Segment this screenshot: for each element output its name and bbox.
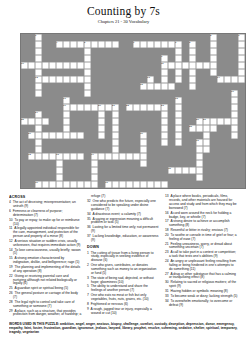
grid-cell[interactable]: 8 [189,41,196,48]
grid-cell[interactable] [77,76,84,83]
grid-cell[interactable]: 27 [203,118,210,125]
cell-number: 37 [105,181,108,183]
grid-cell[interactable] [35,132,42,139]
cell-number: 9 [161,55,162,57]
grid-cell[interactable] [210,48,217,55]
cell-number: 21 [112,104,115,106]
grid-cell[interactable] [119,181,126,188]
grid-cell[interactable] [161,125,168,132]
grid-cell[interactable] [175,76,182,83]
grid-cell[interactable] [196,62,203,69]
cell-number: 6 [133,41,134,43]
grid-cell[interactable] [42,62,49,69]
grid-cell[interactable] [35,146,42,153]
grid-cell[interactable] [77,41,84,48]
grid-cell[interactable] [49,181,56,188]
grid-cell[interactable] [196,174,203,181]
clue-text: To soothe or console in time of grief or… [169,233,237,240]
clue-item: 25 A guardian spirit or spiritual being … [9,286,82,290]
clue-text: The ability to understand and share the … [90,284,148,291]
grid-cell[interactable] [147,83,154,90]
grid-cell[interactable] [77,62,84,69]
grid-cell[interactable] [203,132,210,139]
grid-cell[interactable] [147,181,154,188]
grid-cell[interactable] [182,167,189,174]
grid-cell[interactable] [238,55,245,62]
grid-cell[interactable] [35,55,42,62]
grid-cell[interactable] [63,132,70,139]
grid-cell[interactable] [77,104,84,111]
grid-cell[interactable] [238,41,245,48]
grid-cell[interactable] [140,139,147,146]
grid-cell[interactable]: 28 [189,125,196,132]
grid-cell[interactable] [56,181,63,188]
grid-cell[interactable] [210,69,217,76]
grid-cell[interactable]: 33 [56,153,63,160]
grid-cell[interactable] [35,62,42,69]
grid-cell[interactable]: 19 [63,104,70,111]
cell-number: 7 [175,41,176,43]
grid-cell[interactable] [35,153,42,160]
clue-item: 5 The ability to understand and share th… [87,284,160,292]
grid-cell[interactable] [189,48,196,55]
grid-cell[interactable] [119,153,126,160]
clue-item: 31 Having hidden or symbolic meaning (8) [165,289,238,293]
grid-cell[interactable] [161,111,168,118]
grid-cell[interactable] [84,69,91,76]
grid-cell[interactable] [126,181,133,188]
cell-number: 8 [189,41,190,43]
grid-cell[interactable] [161,41,168,48]
clue-item: 6 Firmness or clearness of purpose; dete… [9,209,82,217]
grid-cell[interactable]: 20 [98,104,105,111]
grid-cell[interactable] [56,160,63,167]
clue-number: 33 [165,294,169,298]
grid-cell[interactable] [210,118,217,125]
cell-number: 35 [168,167,171,169]
grid-cell[interactable] [91,174,98,181]
grid-cell[interactable]: 1 [35,34,42,41]
grid-cell[interactable]: 35 [168,167,175,174]
grid-cell[interactable] [154,181,161,188]
grid-cell[interactable] [231,125,238,132]
grid-cell[interactable] [231,111,238,118]
clue-item: 4 The act of deceiving; misrepresentatio… [9,200,82,208]
clue-item: 17 A strong desire to achieve or accompl… [165,219,238,227]
grid-cell[interactable]: 21 [112,104,119,111]
crossword-grid: 1234567891011121314151617181920212223242… [20,33,246,189]
grid-cell[interactable]: 24 [35,111,42,118]
clue-item: 2 One who gives, contributes, or donates… [87,263,160,275]
grid-cell[interactable]: 10 [21,62,28,69]
grid-cell[interactable] [63,41,70,48]
cell-number: 25 [21,118,24,120]
clue-number: 4 [9,200,11,204]
grid-cell[interactable] [203,139,210,146]
clue-text: A strong emotion characterized by indign… [13,256,79,263]
grid-cell[interactable] [168,41,175,48]
grid-cell[interactable] [84,48,91,55]
clue-item: 30 Relating to sacred or religious matte… [165,280,238,288]
grid-cell[interactable] [161,139,168,146]
grid-cell[interactable] [84,62,91,69]
grid-cell[interactable]: 18 [175,97,182,104]
clue-item: 32 One who predicts the future, especial… [87,199,160,211]
grid-cell[interactable] [98,153,105,160]
cell-number: 15 [140,83,143,85]
grid-cell[interactable] [112,181,119,188]
grid-cell[interactable] [175,69,182,76]
clue-text: To pay or repay; to make up for or reimb… [13,217,80,224]
down-header: DOWN [87,244,160,249]
grid-cell[interactable] [161,76,168,83]
clue-item: 33 To become weak or dizzy; lacking stre… [165,294,238,298]
grid-cell[interactable]: 2 [210,34,217,41]
clues-section: ACROSS 4 The act of deceiving; misrepres… [9,194,238,319]
grid-cell[interactable] [70,104,77,111]
grid-cell[interactable] [84,90,91,97]
clue-text: A saying or expression meaning a difficu… [91,216,153,223]
grid-cell[interactable]: 31 [196,139,203,146]
grid-cell[interactable] [224,76,231,83]
grid-cell[interactable] [210,55,217,62]
grid-cell[interactable] [98,111,105,118]
grid-cell[interactable] [63,153,70,160]
grid-cell[interactable] [140,41,147,48]
grid-cell[interactable] [63,125,70,132]
grid-cell[interactable] [77,153,84,160]
grid-cell[interactable] [49,76,56,83]
grid-cell[interactable] [231,104,238,111]
grid-cell[interactable] [91,160,98,167]
grid-cell[interactable] [196,160,203,167]
grid-cell[interactable] [56,132,63,139]
grid-cell[interactable] [35,118,42,125]
grid-cell[interactable] [175,118,182,125]
grid-cell[interactable] [175,48,182,55]
grid-cell[interactable] [189,69,196,76]
grid-cell[interactable] [147,104,154,111]
grid-cell[interactable] [175,139,182,146]
clue-number: 9 [87,306,89,310]
grid-cell[interactable] [84,104,91,111]
clue-item: 14 To lose consciousness, usually briefl… [9,247,82,255]
cell-number: 30 [140,132,143,134]
clue-text: A drug or other substance that has a cal… [169,271,236,278]
cell-number: 23 [161,104,164,106]
clue-text: A serious situation or sudden crisis, us… [13,239,80,246]
grid-cell[interactable] [56,62,63,69]
clue-number: 25 [9,286,13,290]
grid-cell[interactable] [196,125,203,132]
grid-cell[interactable]: 5 [84,41,91,48]
cell-number: 24 [35,111,38,113]
grid-cell[interactable] [168,83,175,90]
grid-cell[interactable] [133,104,140,111]
grid-cell[interactable] [98,132,105,139]
grid-cell[interactable] [112,132,119,139]
grid-cell[interactable]: 16 [231,90,238,97]
grid-cell[interactable] [70,153,77,160]
grid-cell[interactable] [147,41,154,48]
cell-number: 20 [98,104,101,106]
grid-cell[interactable] [231,97,238,104]
grid-cell[interactable] [189,83,196,90]
grid-cell[interactable] [175,55,182,62]
grid-cell[interactable] [161,69,168,76]
grid-cell[interactable] [238,76,245,83]
grid-cell[interactable] [175,167,182,174]
grid-cell[interactable] [77,181,84,188]
grid-cell[interactable]: 3 [238,34,245,41]
grid-cell[interactable] [224,118,231,125]
clue-item: 3 The state of being sad, dejected, or w… [87,275,160,283]
grid-cell[interactable] [42,118,49,125]
grid-cell[interactable] [189,62,196,69]
grid-cell[interactable] [196,153,203,160]
grid-cell[interactable] [70,76,77,83]
grid-cell[interactable]: 7 [175,41,182,48]
grid-cell[interactable] [91,104,98,111]
cell-number: 14 [217,76,220,78]
grid-cell[interactable] [189,55,196,62]
clue-item: 18 Resentful or bitter in rivalry; envio… [165,228,238,232]
clue-text: A rough, jagged tear or injury, especial… [90,306,152,313]
clue-item: 34 A disastrous event; a calamity (7) [87,211,160,215]
grid-cell[interactable] [154,104,161,111]
clue-text: The general posture or carriage of the b… [13,291,78,298]
clue-item: 35 A saying or expression meaning a diff… [87,216,160,224]
grid-cell[interactable] [231,132,238,139]
grid-cell[interactable] [161,181,168,188]
cell-number: 34 [91,153,94,155]
grid-cell[interactable] [42,153,49,160]
grid-cell[interactable] [91,181,98,188]
grid-cell[interactable] [175,132,182,139]
grid-cell[interactable] [231,76,238,83]
worksheet-page: Counting by 7s Chapters 21 - 30 Vocabula… [0,0,247,350]
grid-cell[interactable] [189,76,196,83]
grid-cell[interactable]: 25 [21,118,28,125]
clue-number: 3 [87,275,89,279]
grid-cell[interactable] [210,125,217,132]
grid-cell[interactable] [84,76,91,83]
clue-item: 26 The general posture or carriage of th… [9,291,82,299]
grid-cell[interactable] [154,41,161,48]
grid-cell[interactable]: 34 [91,153,98,160]
clue-item: 34 To overwhelm emotionally; to overcome… [165,298,238,306]
grid-cell[interactable]: 26 [196,118,203,125]
grid-cell[interactable] [105,41,112,48]
grid-cell[interactable] [77,132,84,139]
grid-cell[interactable] [35,139,42,146]
grid-cell[interactable] [140,160,147,167]
grid-cell[interactable] [161,118,168,125]
cell-number: 33 [56,153,59,155]
grid-cell[interactable] [70,132,77,139]
grid-cell[interactable] [112,41,119,48]
clue-text: To become weak or dizzy; lacking strengt… [170,294,238,298]
clue-text: An angry or unpleasant feeling resulting… [169,259,236,270]
grid-cell[interactable] [70,41,77,48]
grid-cell[interactable] [175,125,182,132]
grid-cell[interactable] [49,153,56,160]
grid-cell[interactable] [49,132,56,139]
grid-cell[interactable] [161,83,168,90]
clue-text: One who predicts the future, especially … [91,199,156,210]
grid-cell[interactable] [84,83,91,90]
grid-cell[interactable] [203,125,210,132]
clue-number: 1 [87,250,89,254]
grid-cell[interactable] [63,62,70,69]
cell-number: 12 [35,76,38,78]
grid-cell[interactable] [91,41,98,48]
grid-cell[interactable] [98,118,105,125]
clue-text: One who eats no meat or fish but only ve… [90,293,149,300]
grid-cell[interactable] [49,62,56,69]
grid-cell[interactable]: 23 [161,104,168,111]
grid-cell[interactable] [56,167,63,174]
cell-number: 13 [147,76,150,78]
clue-item: 28 The legal right to control and take c… [9,300,82,308]
grid-cell[interactable] [56,76,63,83]
grid-cell[interactable] [238,48,245,55]
grid-cell[interactable] [112,125,119,132]
grid-cell[interactable] [98,41,105,48]
grid-cell[interactable] [63,76,70,83]
grid-cell[interactable]: 15 [140,83,147,90]
grid-cell[interactable] [140,181,147,188]
cell-number: 19 [63,104,66,106]
grid-cell[interactable] [189,167,196,174]
grid-cell[interactable] [217,118,224,125]
puzzle-title: Counting by 7s [0,5,247,17]
grid-cell[interactable]: 36 [35,181,42,188]
clue-text: A place where books, periodicals, films,… [169,194,237,209]
grid-cell[interactable] [238,69,245,76]
grid-cell[interactable] [175,111,182,118]
grid-cell[interactable] [42,132,49,139]
grid-cell[interactable] [35,90,42,97]
grid-cell[interactable]: 37 [105,181,112,188]
clues-and-wordbank: ACROSS 4 The act of deceiving; misrepres… [9,194,238,334]
grid-cell[interactable] [35,48,42,55]
clue-item: 8 Frightened or nervous (6) [87,302,160,306]
grid-cell[interactable] [56,174,63,181]
grid-cell[interactable] [63,111,70,118]
grid-cell[interactable]: 12 [35,76,42,83]
grid-cell[interactable] [182,62,189,69]
grid-cell[interactable]: 11 [161,62,168,69]
clue-text: Having hidden or symbolic meaning (8) [170,289,228,293]
grid-cell[interactable] [133,181,140,188]
clue-item: 11 A legally appointed individual respon… [9,226,82,238]
clue-item: 16 A cord worn around the neck for holdi… [165,210,238,218]
clue-text: A guardian spirit or spiritual being (5) [14,286,68,290]
clue-text: The planning and implementing of the det… [13,265,80,272]
grid-cell[interactable] [196,146,203,153]
cell-number: 22 [126,104,129,106]
grid-cell[interactable] [140,104,147,111]
grid-cell[interactable] [196,167,203,174]
grid-cell[interactable] [168,62,175,69]
cell-number: 28 [189,125,192,127]
grid-cell[interactable] [35,125,42,132]
grid-cell[interactable] [63,181,70,188]
grid-cell[interactable] [70,62,77,69]
clue-item: 27 A drug or other substance that has a … [165,271,238,279]
clue-item: 15 A strong emotion characterized by ind… [9,256,82,264]
grid-cell[interactable] [42,181,49,188]
clue-text: The state of being sad, dejected, or wit… [90,275,154,282]
grid-cell[interactable] [84,181,91,188]
grid-cell[interactable] [112,118,119,125]
clue-item: 10 To pay or repay; to make up for or re… [9,217,82,225]
grid-cell[interactable] [210,62,217,69]
grid-cell[interactable] [175,104,182,111]
grid-cell[interactable]: 32 [28,153,35,160]
clue-text: One who gives, contributes, or donates s… [90,263,157,274]
grid-cell[interactable] [112,146,119,153]
grid-cell[interactable] [140,146,147,153]
grid-cell[interactable] [70,181,77,188]
clue-item: 24 An angry or unpleasant feeling result… [165,259,238,271]
cell-number: 1 [35,34,36,36]
grid-cell[interactable] [105,153,112,160]
grid-cell[interactable] [98,125,105,132]
grid-cell[interactable]: 14 [217,76,224,83]
clue-item: 13 A place where books, periodicals, fil… [165,194,238,209]
grid-cell[interactable] [35,83,42,90]
grid-cell[interactable] [210,41,217,48]
grid-cell[interactable] [175,62,182,69]
grid-cell[interactable] [140,153,147,160]
clue-number: 2 [87,263,89,267]
cell-number: 18 [175,97,178,99]
grid-cell[interactable] [112,111,119,118]
grid-cell[interactable] [238,62,245,69]
grid-cell[interactable] [112,139,119,146]
grid-cell[interactable] [161,132,168,139]
grid-cell[interactable]: 4 [56,41,63,48]
grid-cell[interactable]: 22 [126,104,133,111]
grid-cell[interactable] [105,104,112,111]
grid-cell[interactable] [91,167,98,174]
clue-text: The legal right to control and take care… [13,300,74,307]
grid-cell[interactable] [28,62,35,69]
grid-cell[interactable] [203,146,210,153]
grid-cell[interactable] [35,41,42,48]
grid-cell[interactable]: 30 [140,132,147,139]
grid-cell[interactable] [42,76,49,83]
clue-text: Relating to sacred or religious matters;… [169,280,236,287]
grid-cell[interactable]: 29 [28,132,35,139]
grid-cell[interactable] [203,62,210,69]
grid-cell[interactable]: 13 [147,76,154,83]
clue-text: To lose consciousness, usually briefly; … [13,247,81,254]
clue-item: 21 Feeling uneasiness, worry, or dread a… [165,241,238,249]
grid-cell[interactable] [154,83,161,90]
grid-cell[interactable] [112,153,119,160]
clue-number: 7 [87,293,89,297]
grid-cell[interactable]: 6 [133,41,140,48]
grid-cell[interactable] [231,118,238,125]
grid-cell[interactable] [28,118,35,125]
grid-cell[interactable] [84,55,91,62]
grid-cell[interactable] [133,153,140,160]
grid-cell[interactable] [126,153,133,160]
grid-cell[interactable] [63,118,70,125]
